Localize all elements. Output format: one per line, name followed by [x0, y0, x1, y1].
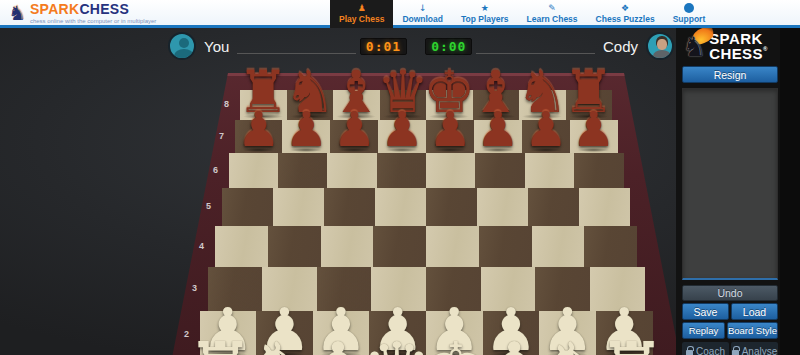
square-f7[interactable]: ♟ — [474, 120, 522, 153]
chess-board: ♜♞♝♛♚♝♞♜♟♟♟♟♟♟♟♟♟♟♟♟♟♟♟♟♜♞♝♛♚♝♞♜ — [0, 90, 676, 355]
board-rank-5 — [222, 188, 630, 226]
game-area: You 0:01 0:00 Cody ♜♞♝♛♚♝♞♜♟♟♟♟♟♟♟♟♟♟♟♟♟… — [0, 28, 676, 355]
square-h5[interactable] — [579, 188, 630, 226]
square-g4[interactable] — [532, 226, 585, 267]
black-player-clock: 0:00 — [425, 38, 472, 55]
square-e4[interactable] — [426, 226, 479, 267]
square-g7[interactable]: ♟ — [522, 120, 570, 153]
square-c7[interactable]: ♟ — [330, 120, 378, 153]
square-b5[interactable] — [273, 188, 324, 226]
black-player-avatar — [646, 32, 674, 60]
knight-logo-icon: ♞ — [8, 3, 26, 23]
analyse-button[interactable]: Analyse — [731, 342, 778, 355]
board-rank-4 — [215, 226, 637, 267]
replay-button[interactable]: Replay — [682, 322, 725, 339]
square-a7[interactable]: ♟ — [235, 120, 283, 153]
brand-name: SPARKCHESS — [30, 1, 129, 17]
square-d6[interactable] — [377, 153, 426, 188]
resign-button[interactable]: Resign — [682, 66, 778, 83]
square-c6[interactable] — [327, 153, 376, 188]
question-icon: ? — [684, 3, 694, 13]
coach-button[interactable]: Coach — [682, 342, 729, 355]
load-button[interactable]: Load — [731, 303, 778, 320]
lock-icon — [732, 350, 739, 355]
sparkchess-app: ♞ SPARKCHESS chess online with the compu… — [0, 0, 800, 355]
square-h4[interactable] — [584, 226, 637, 267]
square-h7[interactable]: ♟ — [570, 120, 618, 153]
white-player-name: You — [204, 38, 229, 55]
board-rank-6 — [229, 153, 624, 188]
brand-tagline: chess online with the computer or in mul… — [30, 18, 156, 24]
square-b7[interactable]: ♟ — [282, 120, 330, 153]
puzzle-icon: ❖ — [621, 3, 629, 13]
square-f4[interactable] — [479, 226, 532, 267]
black-pawn[interactable]: ♟ — [572, 107, 615, 153]
sidebar: ♞ SPARK CHESS® Resign Undo Save Load Rep… — [676, 28, 800, 355]
pawn-icon: ♟ — [358, 3, 366, 13]
move-list-panel[interactable] — [682, 88, 778, 280]
square-g5[interactable] — [528, 188, 579, 226]
black-pawn[interactable]: ♟ — [428, 107, 471, 153]
nav-item-play-chess[interactable]: ♟ Play Chess — [330, 0, 393, 28]
square-f5[interactable] — [477, 188, 528, 226]
board-style-button[interactable]: Board Style — [727, 322, 778, 339]
square-b6[interactable] — [278, 153, 327, 188]
sidebar-logo: ♞ SPARK CHESS® — [682, 28, 778, 64]
white-player-clock: 0:01 — [360, 38, 407, 55]
nav-menu: ♟ Play Chess ↓ Download ★ Top Players ✎ … — [330, 0, 714, 28]
undo-button[interactable]: Undo — [682, 285, 778, 301]
nav-item-chess-puzzles[interactable]: ❖ Chess Puzzles — [587, 0, 664, 28]
square-h6[interactable] — [574, 153, 623, 188]
top-navigation: ♞ SPARKCHESS chess online with the compu… — [0, 0, 800, 28]
save-button[interactable]: Save — [682, 303, 729, 320]
board-rank-7: ♟♟♟♟♟♟♟♟ — [235, 120, 618, 153]
nav-item-support[interactable]: ? Support — [664, 0, 715, 28]
square-d7[interactable]: ♟ — [378, 120, 426, 153]
lightbulb-icon: ✎ — [548, 3, 556, 13]
black-player-name: Cody — [603, 38, 638, 55]
white-rook[interactable]: ♜ — [597, 334, 667, 355]
knight-logo-icon: ♞ — [682, 33, 706, 60]
square-d4[interactable] — [373, 226, 426, 267]
square-g6[interactable] — [525, 153, 574, 188]
square-c5[interactable] — [324, 188, 375, 226]
black-pawn[interactable]: ♟ — [476, 107, 519, 153]
sparkchess-logo[interactable]: ♞ SPARKCHESS chess online with the compu… — [8, 1, 156, 24]
trophy-icon: ★ — [481, 3, 489, 13]
square-f6[interactable] — [475, 153, 524, 188]
nav-item-learn-chess[interactable]: ✎ Learn Chess — [518, 0, 587, 28]
square-e7[interactable]: ♟ — [426, 120, 474, 153]
square-a4[interactable] — [215, 226, 268, 267]
black-pawn[interactable]: ♟ — [237, 107, 280, 153]
square-c4[interactable] — [321, 226, 374, 267]
black-pawn[interactable]: ♟ — [381, 107, 424, 153]
divider — [476, 53, 595, 54]
nav-item-top-players[interactable]: ★ Top Players — [452, 0, 518, 28]
square-b4[interactable] — [268, 226, 321, 267]
square-e6[interactable] — [426, 153, 475, 188]
square-d5[interactable] — [375, 188, 426, 226]
white-player-avatar — [168, 32, 196, 60]
square-e5[interactable] — [426, 188, 477, 226]
nav-item-download[interactable]: ↓ Download — [393, 0, 452, 28]
divider — [237, 53, 356, 54]
lock-icon — [686, 350, 693, 355]
black-pawn[interactable]: ♟ — [524, 107, 567, 153]
square-a6[interactable] — [229, 153, 278, 188]
square-a5[interactable] — [222, 188, 273, 226]
black-pawn[interactable]: ♟ — [285, 107, 328, 153]
download-icon: ↓ — [419, 3, 427, 13]
black-pawn[interactable]: ♟ — [333, 107, 376, 153]
